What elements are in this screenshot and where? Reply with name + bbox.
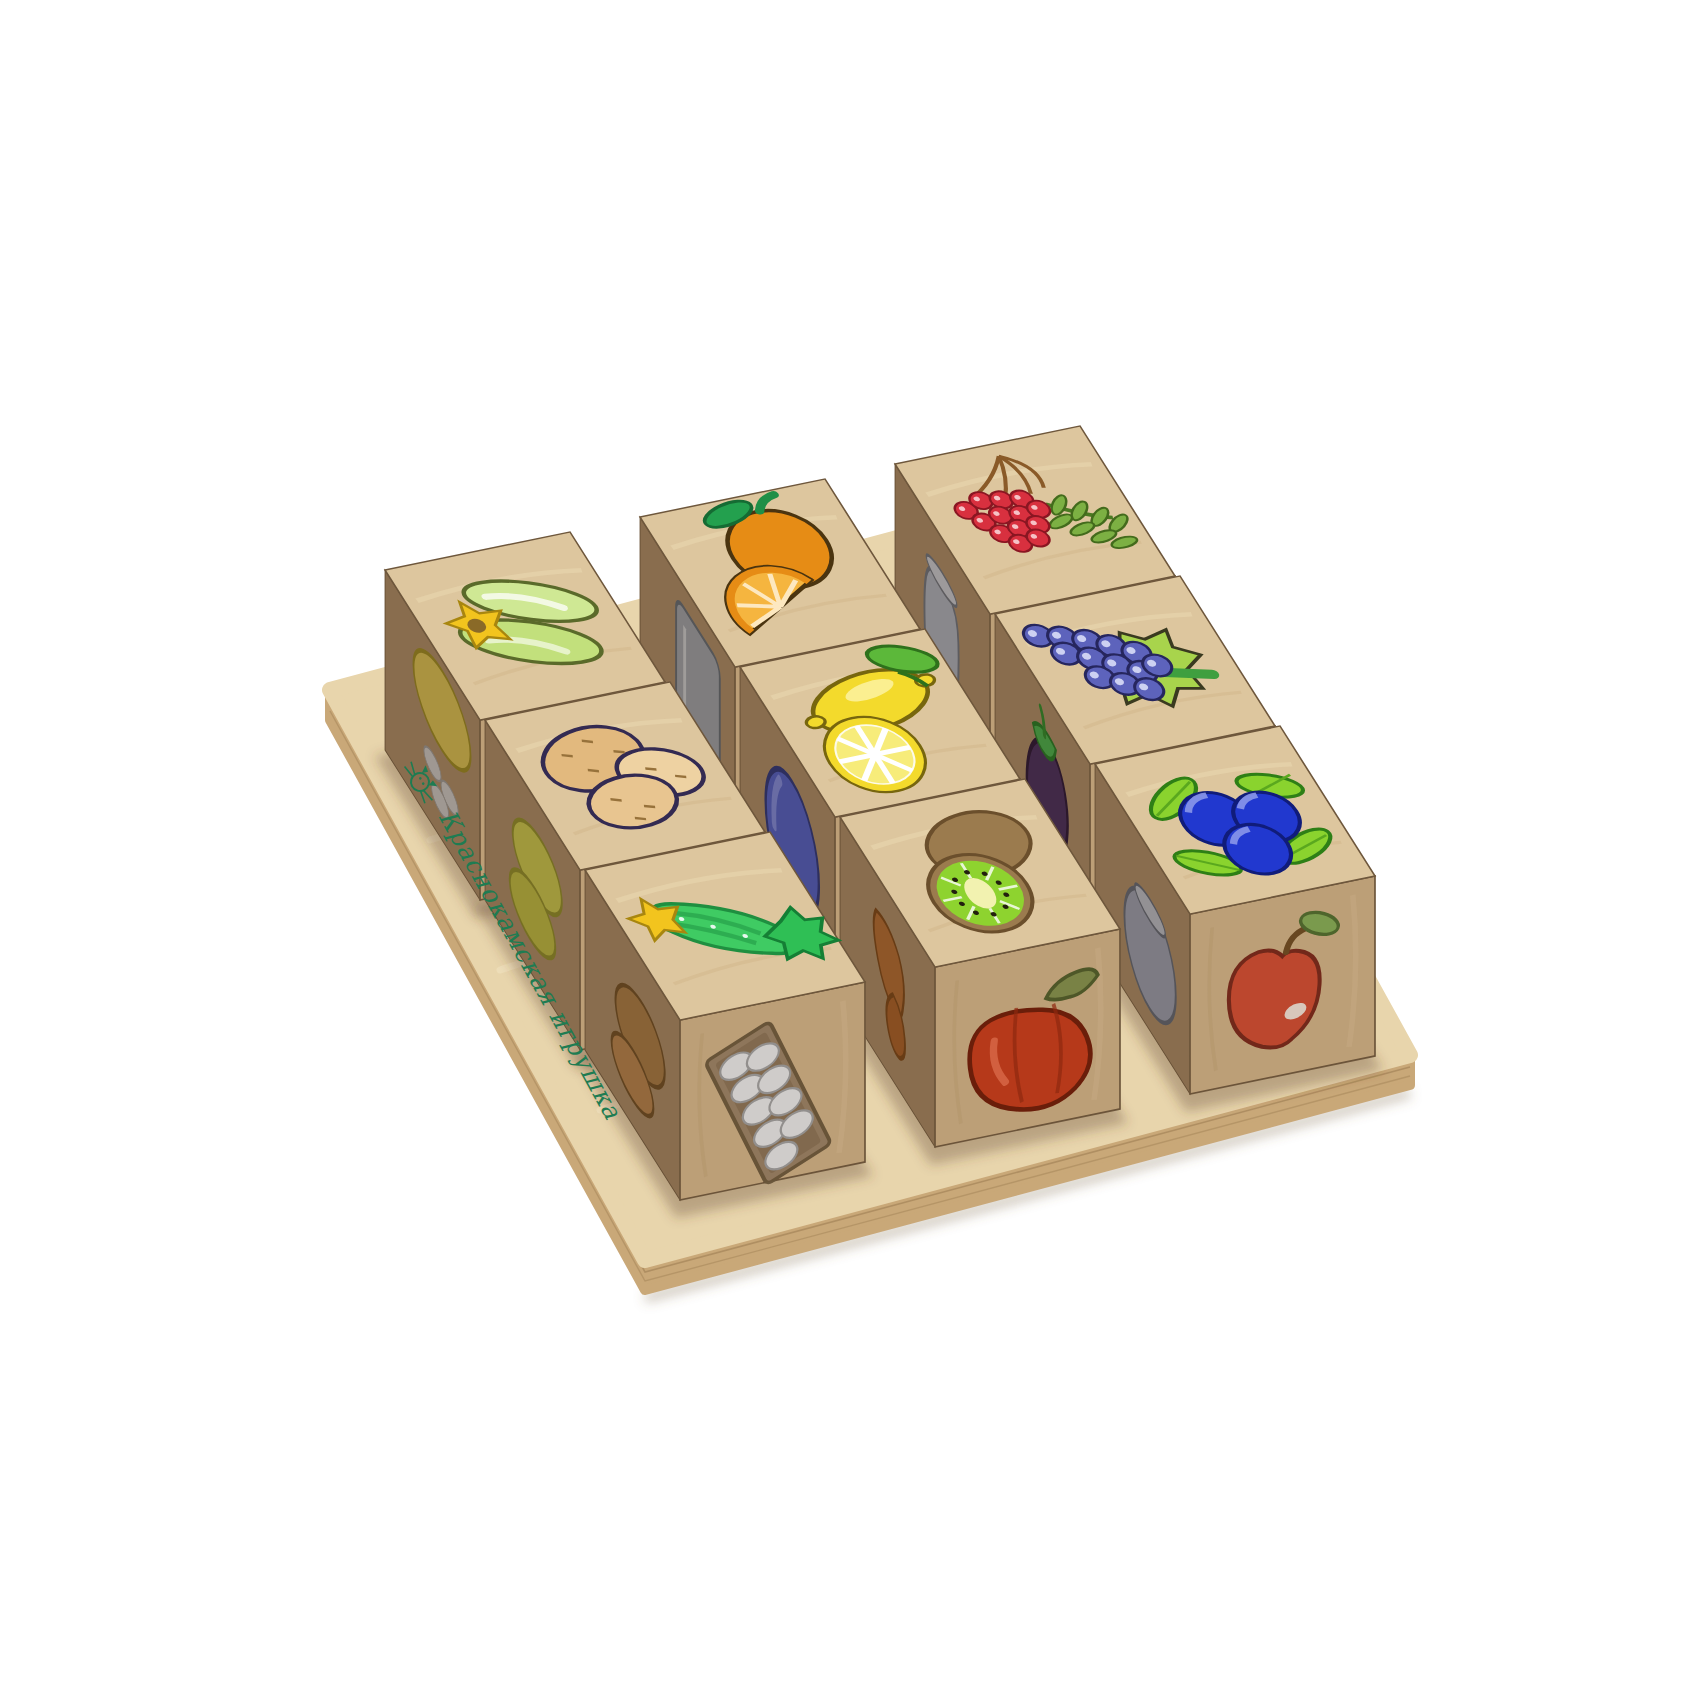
product-photo: Краснокамская игрушка [0, 0, 1700, 1700]
scene: Краснокамская игрушка [0, 0, 1700, 1700]
